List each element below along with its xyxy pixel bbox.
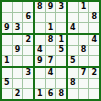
cell-r2c8[interactable] <box>79 13 89 23</box>
block-1-1: 693 <box>2 2 33 33</box>
cell-r6c1-given[interactable]: 1 <box>2 56 12 66</box>
cell-r9c6-given[interactable]: 8 <box>56 89 66 99</box>
block-3-2: 4168 <box>35 68 66 99</box>
cell-r7c4[interactable] <box>35 68 45 78</box>
cell-r6c2[interactable] <box>13 56 23 66</box>
cell-r7c5-given[interactable]: 4 <box>46 68 56 78</box>
cell-r5c2-given[interactable]: 9 <box>13 46 23 56</box>
cell-r5c6-given[interactable]: 5 <box>56 46 66 56</box>
cell-r2c2[interactable] <box>13 13 23 23</box>
cell-r9c2-given[interactable]: 2 <box>13 89 23 99</box>
cell-r4c3-given[interactable]: 2 <box>23 35 33 45</box>
cell-r5c7[interactable] <box>68 46 78 56</box>
block-1-2: 8931 <box>35 2 66 33</box>
cell-r8c7-given[interactable]: 8 <box>68 79 78 89</box>
cell-r7c7[interactable] <box>68 68 78 78</box>
cell-r8c8[interactable] <box>79 79 89 89</box>
cell-r7c6[interactable] <box>56 68 66 78</box>
cell-r2c6[interactable] <box>56 13 66 23</box>
cell-r7c9-given[interactable]: 2 <box>89 68 99 78</box>
cell-r1c2[interactable] <box>13 2 23 12</box>
cell-r3c2-given[interactable]: 3 <box>13 23 23 33</box>
cell-r9c8[interactable] <box>79 89 89 99</box>
cell-r4c9-given[interactable]: 4 <box>89 35 99 45</box>
cell-r8c6[interactable] <box>56 79 66 89</box>
cell-r1c9[interactable] <box>89 2 99 12</box>
cell-r4c2[interactable] <box>13 35 23 45</box>
cell-r3c6[interactable] <box>56 23 66 33</box>
block-3-1: 352 <box>2 68 33 99</box>
cell-r2c4[interactable] <box>35 13 45 23</box>
cell-r3c7-given[interactable]: 4 <box>68 23 78 33</box>
cell-r6c4-given[interactable]: 9 <box>35 56 45 66</box>
cell-r4c5-given[interactable]: 8 <box>46 35 56 45</box>
cell-r5c8-given[interactable]: 8 <box>79 46 89 56</box>
cell-r9c9[interactable] <box>89 89 99 99</box>
cell-r3c3[interactable] <box>23 23 33 33</box>
cell-r4c6-given[interactable]: 1 <box>56 35 66 45</box>
block-2-1: 291 <box>2 35 33 66</box>
cell-r8c4[interactable] <box>35 79 45 89</box>
cell-r1c1[interactable] <box>2 2 12 12</box>
cell-r3c8[interactable] <box>79 23 89 33</box>
cell-r9c3[interactable] <box>23 89 33 99</box>
cell-r5c5[interactable] <box>46 46 56 56</box>
cell-r8c3[interactable] <box>23 79 33 89</box>
cell-r6c5-given[interactable]: 7 <box>46 56 56 66</box>
cell-r1c7[interactable] <box>68 2 78 12</box>
cell-r1c8-given[interactable]: 1 <box>79 2 89 12</box>
cell-r1c4-given[interactable]: 8 <box>35 2 45 12</box>
cell-r2c9-given[interactable]: 8 <box>89 13 99 23</box>
cell-r7c2[interactable] <box>13 68 23 78</box>
cell-r3c1-given[interactable]: 9 <box>2 23 12 33</box>
cell-r9c7[interactable] <box>68 89 78 99</box>
cell-r6c3[interactable] <box>23 56 33 66</box>
cell-r6c7-given[interactable]: 5 <box>68 56 78 66</box>
cell-r4c7[interactable] <box>68 35 78 45</box>
cell-r6c9[interactable] <box>89 56 99 66</box>
cell-r1c3[interactable] <box>23 2 33 12</box>
cell-r2c3-given[interactable]: 6 <box>23 13 33 23</box>
cell-r2c7[interactable] <box>68 13 78 23</box>
cell-r5c1[interactable] <box>2 46 12 56</box>
cell-r3c4[interactable] <box>35 23 45 33</box>
cell-r5c3[interactable] <box>23 46 33 56</box>
cell-r6c6[interactable] <box>56 56 66 66</box>
cell-r9c5-given[interactable]: 6 <box>46 89 56 99</box>
cell-r8c1-given[interactable]: 5 <box>2 79 12 89</box>
cell-r4c8[interactable] <box>79 35 89 45</box>
block-2-2: 814597 <box>35 35 66 66</box>
cell-r7c3-given[interactable]: 3 <box>23 68 33 78</box>
cell-r8c5[interactable] <box>46 79 56 89</box>
block-1-3: 184 <box>68 2 99 33</box>
block-3-3: 728 <box>68 68 99 99</box>
cell-r2c1[interactable] <box>2 13 12 23</box>
sudoku-board: 69389311842918145974853524168728 <box>0 0 101 101</box>
cell-r5c4-given[interactable]: 4 <box>35 46 45 56</box>
cell-r4c4[interactable] <box>35 35 45 45</box>
cell-r7c1[interactable] <box>2 68 12 78</box>
cell-r9c1[interactable] <box>2 89 12 99</box>
cell-r1c6-given[interactable]: 3 <box>56 2 66 12</box>
cell-r8c2[interactable] <box>13 79 23 89</box>
cell-r9c4-given[interactable]: 1 <box>35 89 45 99</box>
cell-r3c5-given[interactable]: 1 <box>46 23 56 33</box>
block-2-3: 485 <box>68 35 99 66</box>
cell-r6c8[interactable] <box>79 56 89 66</box>
cell-r8c9[interactable] <box>89 79 99 89</box>
cell-r7c8-given[interactable]: 7 <box>79 68 89 78</box>
cell-r4c1[interactable] <box>2 35 12 45</box>
cell-r1c5-given[interactable]: 9 <box>46 2 56 12</box>
cell-r5c9[interactable] <box>89 46 99 56</box>
cell-r2c5[interactable] <box>46 13 56 23</box>
cell-r3c9[interactable] <box>89 23 99 33</box>
